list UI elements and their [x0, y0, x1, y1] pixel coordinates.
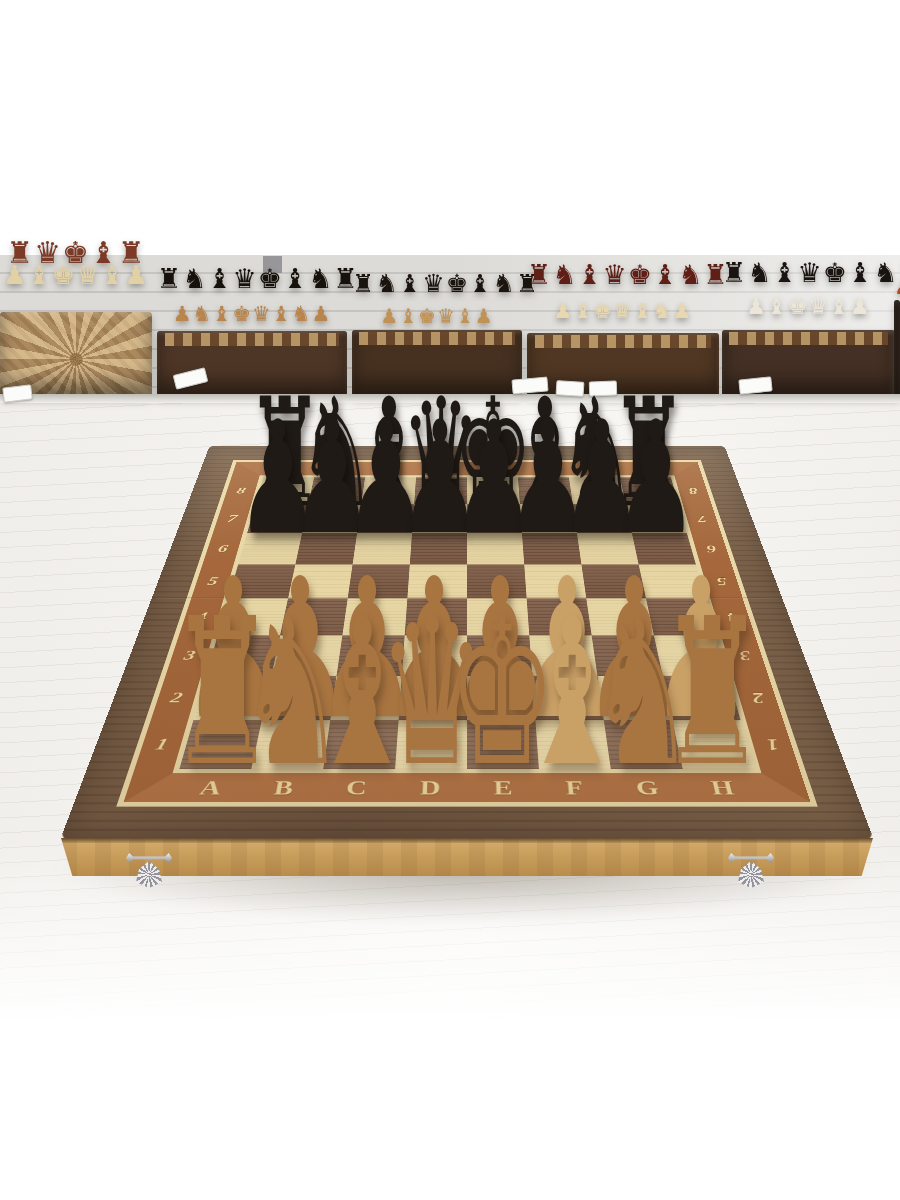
black-and-ivory-set-box-pieces-row-1: ♜♞♝♛♚♝♞♜ [722, 259, 895, 286]
square-d8 [414, 477, 467, 504]
carved-figurine-casket: ♜♛♚♝♜♟♝♚♛♝♟ [0, 255, 152, 400]
square-g3 [592, 635, 663, 675]
maroon-and-cream-set-box-pieces-row-2: ♟♝♚♛♝♞♟ [527, 301, 719, 322]
square-b8 [308, 477, 365, 504]
square-c7 [357, 504, 414, 533]
square-g8 [569, 477, 626, 504]
square-c6 [353, 533, 412, 564]
square-a5 [228, 564, 295, 598]
carved-figurine-casket-pieces-row-2: ♟♝♚♛♝♟ [0, 262, 152, 288]
square-e2 [467, 676, 535, 720]
edge-set-sliver-box [894, 300, 900, 398]
square-c8 [361, 477, 416, 504]
square-d7 [412, 504, 467, 533]
square-h8 [620, 477, 679, 504]
square-g7 [573, 504, 632, 533]
square-h4 [646, 598, 716, 635]
square-h2 [663, 676, 741, 720]
square-d2 [399, 676, 467, 720]
square-g2 [597, 676, 672, 720]
maroon-and-cream-set-box: ♜♞♝♛♚♝♞♜♟♝♚♛♝♞♟ [527, 255, 719, 400]
board-grid [179, 477, 754, 769]
square-e5 [467, 564, 527, 598]
square-f8 [518, 477, 573, 504]
square-g5 [581, 564, 646, 598]
price-tag-3 [511, 376, 548, 394]
square-e3 [467, 635, 532, 675]
square-d6 [410, 533, 467, 564]
square-e7 [467, 504, 522, 533]
square-c1 [323, 720, 398, 769]
square-a6 [238, 533, 302, 564]
clasp-right-icon [728, 853, 774, 893]
square-c3 [337, 635, 405, 675]
square-a7 [247, 504, 308, 533]
square-b4 [280, 598, 348, 635]
square-f4 [527, 598, 592, 635]
square-a1 [179, 720, 261, 769]
shop-photo-scene: ♜♛♚♝♜♟♝♚♛♝♟♜♞♝♛♚♝♞♜♟♞♝♚♛♝♞♟♜♞♝♛♚♝♞♜♟♝♚♛♝… [0, 0, 900, 1200]
square-b6 [295, 533, 357, 564]
walnut-box-black-and-oak-1-pieces-row-1: ♜♞♝♛♚♝♞♜ [157, 265, 347, 292]
square-c4 [342, 598, 407, 635]
square-a8 [255, 477, 314, 504]
square-f2 [532, 676, 604, 720]
square-f7 [520, 504, 577, 533]
square-d4 [405, 598, 467, 635]
walnut-box-black-and-oak-2-pieces-row-2: ♟♝♚♛♝♟ [352, 306, 522, 326]
square-b3 [271, 635, 342, 675]
walnut-box-black-and-oak-1-box [157, 331, 347, 398]
clasp-left-icon [126, 853, 172, 893]
square-g1 [604, 720, 683, 769]
square-h3 [654, 635, 728, 675]
square-c2 [330, 676, 402, 720]
square-f3 [529, 635, 597, 675]
square-e8 [467, 477, 520, 504]
square-a4 [218, 598, 288, 635]
price-tag-4 [556, 380, 585, 397]
square-f1 [535, 720, 610, 769]
square-h5 [639, 564, 706, 598]
maroon-and-cream-set-box-pieces-row-1: ♜♞♝♛♚♝♞♜ [527, 261, 719, 288]
square-d1 [395, 720, 467, 769]
square-b7 [302, 504, 361, 533]
square-b2 [262, 676, 337, 720]
square-h1 [672, 720, 754, 769]
square-f6 [522, 533, 581, 564]
square-h6 [632, 533, 696, 564]
black-and-ivory-set-box-pieces-row-2: ♟♝♚♛♝♟ [722, 296, 895, 318]
square-b5 [288, 564, 353, 598]
square-e6 [467, 533, 524, 564]
walnut-box-black-and-oak-2: ♜♞♝♛♚♝♞♜♟♝♚♛♝♟ [352, 255, 522, 400]
edge-set-sliver-pieces-row-1: ♟ [894, 276, 900, 298]
square-f5 [524, 564, 586, 598]
square-e1 [467, 720, 539, 769]
clasp-fan [738, 861, 764, 888]
square-d3 [402, 635, 467, 675]
walnut-box-black-and-oak-2-pieces-row-1: ♜♞♝♛♚♝♞♜ [352, 271, 522, 296]
square-b1 [251, 720, 330, 769]
walnut-box-black-and-oak-2-box [352, 330, 522, 398]
square-d5 [407, 564, 467, 598]
square-g6 [577, 533, 639, 564]
square-a2 [193, 676, 271, 720]
square-a3 [206, 635, 280, 675]
shelf-front-edge [0, 394, 900, 403]
folding-board-seam [156, 597, 777, 598]
square-c5 [348, 564, 410, 598]
square-h7 [626, 504, 687, 533]
price-tag-5 [589, 381, 618, 397]
clasp-fan [136, 861, 162, 888]
edge-set-sliver: ♟ [894, 255, 900, 400]
walnut-box-black-and-oak-1-pieces-row-2: ♟♞♝♚♛♝♞♟ [157, 304, 347, 325]
square-e4 [467, 598, 529, 635]
square-g4 [586, 598, 654, 635]
